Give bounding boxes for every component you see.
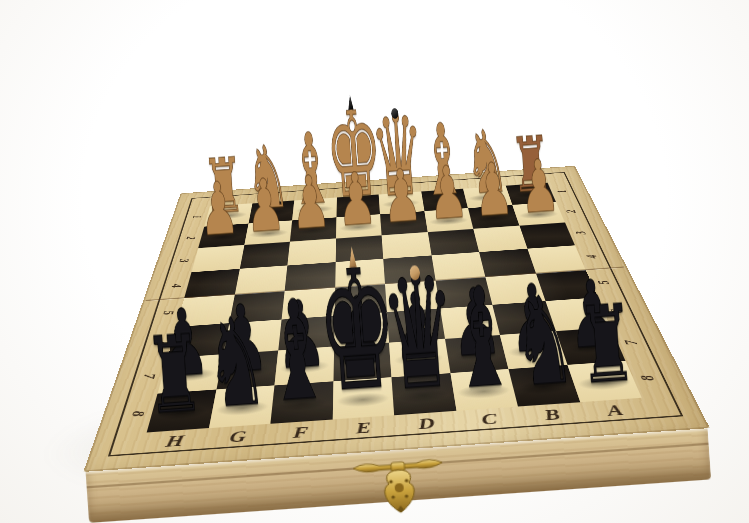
piece-white-pawn[interactable]: ♟ [472, 153, 516, 228]
tan-finial [410, 265, 421, 280]
black-finial [346, 94, 354, 109]
piece-black-rook[interactable]: ♜ [142, 321, 206, 430]
rank-label-right-3: 3 [555, 226, 607, 240]
brass-clasp-icon [349, 453, 449, 520]
piece-black-bishop[interactable]: ♝ [446, 267, 517, 408]
rank-label-right-1: 1 [539, 185, 586, 197]
chess-board: ♜♞♝♚♛♝♞♜♟♟♟♟♟♟♟♟♟♟♟♟♟♟♟♟♜♞♝♚♛♝♞♜ 1234567… [83, 166, 710, 472]
piece-white-pawn[interactable]: ♟ [426, 156, 470, 231]
black-finial [391, 108, 399, 119]
perspective-wrapper: ♜♞♝♚♛♝♞♜♟♟♟♟♟♟♟♟♟♟♟♟♟♟♟♟♜♞♝♚♛♝♞♜ 1234567… [126, 25, 644, 523]
piece-black-rook[interactable]: ♜ [574, 291, 638, 400]
tan-finial [347, 246, 358, 268]
rank-label-right-2: 2 [547, 205, 596, 218]
board-wood-frame: ♜♞♝♚♛♝♞♜♟♟♟♟♟♟♟♟♟♟♟♟♟♟♟♟♜♞♝♚♛♝♞♜ 1234567… [83, 166, 710, 472]
piece-black-knight[interactable]: ♞ [510, 279, 578, 404]
piece-white-pawn[interactable]: ♟ [380, 159, 424, 234]
chess-set-photo: ♜♞♝♚♛♝♞♜♟♟♟♟♟♟♟♟♟♟♟♟♟♟♟♟♜♞♝♚♛♝♞♜ 1234567… [0, 0, 749, 523]
piece-black-knight[interactable]: ♞ [201, 301, 269, 426]
piece-white-pawn[interactable]: ♟ [243, 169, 287, 244]
